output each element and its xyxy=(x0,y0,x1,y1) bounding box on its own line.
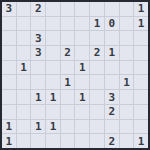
cell-r3-c8[interactable] xyxy=(120,46,134,60)
cell-r9-c4[interactable] xyxy=(61,134,75,148)
cell-r2-c9[interactable] xyxy=(134,31,148,45)
cell-r2-c3[interactable] xyxy=(46,31,60,45)
cell-r2-c1[interactable] xyxy=(17,31,31,45)
clue-cell-r6-c3: 1 xyxy=(46,90,60,104)
cell-r7-c9[interactable] xyxy=(134,105,148,119)
cell-r8-c6[interactable] xyxy=(90,120,104,134)
cell-r8-c8[interactable] xyxy=(120,120,134,134)
clue-cell-r8-c2: 1 xyxy=(31,120,45,134)
clue-cell-r9-c9: 1 xyxy=(134,134,148,148)
clue-cell-r0-c2: 2 xyxy=(31,2,45,16)
cell-r4-c4[interactable] xyxy=(61,61,75,75)
clue-cell-r7-c7: 2 xyxy=(105,105,119,119)
cell-r5-c6[interactable] xyxy=(90,75,104,89)
cell-r4-c0[interactable] xyxy=(2,61,16,75)
clue-cell-r3-c6: 2 xyxy=(90,46,104,60)
cell-r0-c8[interactable] xyxy=(120,2,134,16)
clue-cell-r1-c9: 1 xyxy=(134,17,148,31)
cell-r2-c4[interactable] xyxy=(61,31,75,45)
cell-r6-c1[interactable] xyxy=(17,90,31,104)
cell-r1-c2[interactable] xyxy=(31,17,45,31)
cell-r4-c8[interactable] xyxy=(120,61,134,75)
cell-r4-c7[interactable] xyxy=(105,61,119,75)
cell-r2-c6[interactable] xyxy=(90,31,104,45)
clue-cell-r5-c4: 1 xyxy=(61,75,75,89)
cell-r8-c4[interactable] xyxy=(61,120,75,134)
cell-r5-c9[interactable] xyxy=(134,75,148,89)
cell-r7-c2[interactable] xyxy=(31,105,45,119)
minesweeper-board: 32110133221111111132111121 xyxy=(0,0,150,150)
clue-cell-r9-c0: 1 xyxy=(2,134,16,148)
cell-r8-c1[interactable] xyxy=(17,120,31,134)
clue-cell-r2-c2: 3 xyxy=(31,31,45,45)
cell-r7-c0[interactable] xyxy=(2,105,16,119)
cell-r6-c0[interactable] xyxy=(2,90,16,104)
cell-r3-c3[interactable] xyxy=(46,46,60,60)
clue-cell-r0-c9: 1 xyxy=(134,2,148,16)
cell-r5-c0[interactable] xyxy=(2,75,16,89)
clue-cell-r4-c1: 1 xyxy=(17,61,31,75)
cell-r4-c9[interactable] xyxy=(134,61,148,75)
clue-cell-r1-c6: 1 xyxy=(90,17,104,31)
clue-cell-r3-c7: 1 xyxy=(105,46,119,60)
cell-r9-c1[interactable] xyxy=(17,134,31,148)
cell-r7-c8[interactable] xyxy=(120,105,134,119)
clue-cell-r6-c5: 1 xyxy=(75,90,89,104)
clue-cell-r6-c7: 3 xyxy=(105,90,119,104)
clue-cell-r0-c0: 3 xyxy=(2,2,16,16)
cell-r1-c0[interactable] xyxy=(2,17,16,31)
cell-r4-c6[interactable] xyxy=(90,61,104,75)
cell-r1-c4[interactable] xyxy=(61,17,75,31)
cell-r3-c0[interactable] xyxy=(2,46,16,60)
clue-cell-r3-c4: 2 xyxy=(61,46,75,60)
clue-cell-r9-c7: 2 xyxy=(105,134,119,148)
cell-r5-c5[interactable] xyxy=(75,75,89,89)
cell-r7-c1[interactable] xyxy=(17,105,31,119)
cell-r6-c4[interactable] xyxy=(61,90,75,104)
cell-r1-c3[interactable] xyxy=(46,17,60,31)
cell-r9-c8[interactable] xyxy=(120,134,134,148)
clue-cell-r5-c8: 1 xyxy=(120,75,134,89)
cell-r7-c3[interactable] xyxy=(46,105,60,119)
clue-cell-r8-c0: 1 xyxy=(2,120,16,134)
cell-r7-c6[interactable] xyxy=(90,105,104,119)
cell-r4-c2[interactable] xyxy=(31,61,45,75)
cell-r0-c4[interactable] xyxy=(61,2,75,16)
cell-r2-c7[interactable] xyxy=(105,31,119,45)
cell-r9-c3[interactable] xyxy=(46,134,60,148)
cell-r7-c5[interactable] xyxy=(75,105,89,119)
clue-cell-r6-c2: 1 xyxy=(31,90,45,104)
cell-r4-c3[interactable] xyxy=(46,61,60,75)
cell-r6-c9[interactable] xyxy=(134,90,148,104)
clue-cell-r3-c2: 3 xyxy=(31,46,45,60)
cell-r6-c6[interactable] xyxy=(90,90,104,104)
cell-r7-c4[interactable] xyxy=(61,105,75,119)
cell-r1-c5[interactable] xyxy=(75,17,89,31)
cell-r6-c8[interactable] xyxy=(120,90,134,104)
cell-r3-c5[interactable] xyxy=(75,46,89,60)
cell-r2-c8[interactable] xyxy=(120,31,134,45)
cell-r8-c7[interactable] xyxy=(105,120,119,134)
cell-r0-c6[interactable] xyxy=(90,2,104,16)
cell-r8-c5[interactable] xyxy=(75,120,89,134)
cell-r0-c5[interactable] xyxy=(75,2,89,16)
cell-r3-c1[interactable] xyxy=(17,46,31,60)
clue-cell-r8-c3: 1 xyxy=(46,120,60,134)
cell-r9-c2[interactable] xyxy=(31,134,45,148)
cell-r0-c1[interactable] xyxy=(17,2,31,16)
cell-r5-c7[interactable] xyxy=(105,75,119,89)
clue-cell-r1-c7: 0 xyxy=(105,17,119,31)
cell-r0-c3[interactable] xyxy=(46,2,60,16)
cell-r1-c8[interactable] xyxy=(120,17,134,31)
cell-r5-c1[interactable] xyxy=(17,75,31,89)
clue-cell-r4-c5: 1 xyxy=(75,61,89,75)
cell-r9-c5[interactable] xyxy=(75,134,89,148)
cell-r3-c9[interactable] xyxy=(134,46,148,60)
cell-r1-c1[interactable] xyxy=(17,17,31,31)
cell-r5-c2[interactable] xyxy=(31,75,45,89)
cell-r5-c3[interactable] xyxy=(46,75,60,89)
cell-r0-c7[interactable] xyxy=(105,2,119,16)
cell-r9-c6[interactable] xyxy=(90,134,104,148)
cell-r2-c5[interactable] xyxy=(75,31,89,45)
cell-r8-c9[interactable] xyxy=(134,120,148,134)
cell-r2-c0[interactable] xyxy=(2,31,16,45)
